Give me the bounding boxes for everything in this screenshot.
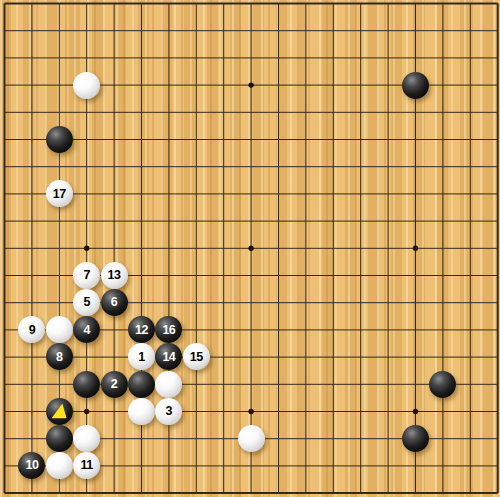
point-B14[interactable] [18,126,45,153]
point-K2[interactable] [237,452,264,479]
point-Q9[interactable] [402,262,429,289]
point-J13[interactable] [210,153,237,180]
point-R12[interactable] [429,180,456,207]
point-G4[interactable]: 3 [155,398,182,425]
point-T8[interactable] [484,289,500,316]
point-M19[interactable] [292,0,319,17]
point-F12[interactable] [128,180,155,207]
point-J15[interactable] [210,99,237,126]
point-P14[interactable] [374,126,401,153]
point-P8[interactable] [374,289,401,316]
point-A12[interactable] [0,180,18,207]
point-J10[interactable] [210,235,237,262]
point-D5[interactable] [73,371,100,398]
point-E14[interactable] [100,126,127,153]
point-C4[interactable] [46,398,73,425]
point-B10[interactable] [18,235,45,262]
point-L14[interactable] [265,126,292,153]
point-A6[interactable] [0,343,18,370]
point-L19[interactable] [265,0,292,17]
point-B4[interactable] [18,398,45,425]
point-S7[interactable] [456,316,483,343]
point-O11[interactable] [347,207,374,234]
point-A4[interactable] [0,398,18,425]
point-N6[interactable] [320,343,347,370]
point-Q8[interactable] [402,289,429,316]
point-M18[interactable] [292,17,319,44]
point-A2[interactable] [0,452,18,479]
point-S2[interactable] [456,452,483,479]
point-T6[interactable] [484,343,500,370]
point-L17[interactable] [265,44,292,71]
point-L3[interactable] [265,425,292,452]
point-F2[interactable] [128,452,155,479]
point-Q3[interactable] [402,425,429,452]
point-O6[interactable] [347,343,374,370]
point-N11[interactable] [320,207,347,234]
point-Q18[interactable] [402,17,429,44]
point-M12[interactable] [292,180,319,207]
point-G13[interactable] [155,153,182,180]
point-K10[interactable] [237,235,264,262]
point-C1[interactable] [46,479,73,497]
point-H9[interactable] [183,262,210,289]
point-C7[interactable] [46,316,73,343]
point-H8[interactable] [183,289,210,316]
point-M2[interactable] [292,452,319,479]
point-O10[interactable] [347,235,374,262]
point-M15[interactable] [292,99,319,126]
point-O1[interactable] [347,479,374,497]
point-J8[interactable] [210,289,237,316]
point-P13[interactable] [374,153,401,180]
point-F3[interactable] [128,425,155,452]
point-T11[interactable] [484,207,500,234]
point-G15[interactable] [155,99,182,126]
point-G14[interactable] [155,126,182,153]
point-D14[interactable] [73,126,100,153]
point-F7[interactable]: 12 [128,316,155,343]
point-M11[interactable] [292,207,319,234]
point-G6[interactable]: 14 [155,343,182,370]
point-F8[interactable] [128,289,155,316]
point-O2[interactable] [347,452,374,479]
point-T7[interactable] [484,316,500,343]
point-R5[interactable] [429,371,456,398]
point-N1[interactable] [320,479,347,497]
point-T5[interactable] [484,371,500,398]
point-G3[interactable] [155,425,182,452]
point-E2[interactable] [100,452,127,479]
point-C17[interactable] [46,44,73,71]
point-D1[interactable] [73,479,100,497]
point-H10[interactable] [183,235,210,262]
point-Q1[interactable] [402,479,429,497]
point-Q12[interactable] [402,180,429,207]
point-P5[interactable] [374,371,401,398]
point-A15[interactable] [0,99,18,126]
point-B5[interactable] [18,371,45,398]
point-F4[interactable] [128,398,155,425]
point-E19[interactable] [100,0,127,17]
point-S10[interactable] [456,235,483,262]
point-S19[interactable] [456,0,483,17]
point-D18[interactable] [73,17,100,44]
point-M3[interactable] [292,425,319,452]
point-Q19[interactable] [402,0,429,17]
point-T10[interactable] [484,235,500,262]
point-C9[interactable] [46,262,73,289]
point-P10[interactable] [374,235,401,262]
point-P11[interactable] [374,207,401,234]
point-L15[interactable] [265,99,292,126]
point-L5[interactable] [265,371,292,398]
point-E15[interactable] [100,99,127,126]
point-F14[interactable] [128,126,155,153]
point-M7[interactable] [292,316,319,343]
point-E7[interactable] [100,316,127,343]
point-K9[interactable] [237,262,264,289]
point-E3[interactable] [100,425,127,452]
point-A11[interactable] [0,207,18,234]
point-O19[interactable] [347,0,374,17]
point-G2[interactable] [155,452,182,479]
point-J14[interactable] [210,126,237,153]
point-C10[interactable] [46,235,73,262]
point-O15[interactable] [347,99,374,126]
point-M10[interactable] [292,235,319,262]
point-L7[interactable] [265,316,292,343]
point-D7[interactable]: 4 [73,316,100,343]
point-L12[interactable] [265,180,292,207]
point-H11[interactable] [183,207,210,234]
point-F18[interactable] [128,17,155,44]
point-C2[interactable] [46,452,73,479]
point-A18[interactable] [0,17,18,44]
point-B11[interactable] [18,207,45,234]
point-P4[interactable] [374,398,401,425]
point-E8[interactable]: 6 [100,289,127,316]
point-F1[interactable] [128,479,155,497]
point-H18[interactable] [183,17,210,44]
point-J5[interactable] [210,371,237,398]
point-K7[interactable] [237,316,264,343]
point-Q6[interactable] [402,343,429,370]
point-A3[interactable] [0,425,18,452]
point-M5[interactable] [292,371,319,398]
point-D13[interactable] [73,153,100,180]
point-D15[interactable] [73,99,100,126]
point-P6[interactable] [374,343,401,370]
point-C11[interactable] [46,207,73,234]
point-B2[interactable]: 10 [18,452,45,479]
point-H16[interactable] [183,71,210,98]
point-S14[interactable] [456,126,483,153]
point-C5[interactable] [46,371,73,398]
point-A17[interactable] [0,44,18,71]
point-B15[interactable] [18,99,45,126]
point-C18[interactable] [46,17,73,44]
point-S1[interactable] [456,479,483,497]
point-N9[interactable] [320,262,347,289]
point-E11[interactable] [100,207,127,234]
point-E18[interactable] [100,17,127,44]
point-J1[interactable] [210,479,237,497]
point-B3[interactable] [18,425,45,452]
point-R1[interactable] [429,479,456,497]
point-H5[interactable] [183,371,210,398]
point-N3[interactable] [320,425,347,452]
point-K8[interactable] [237,289,264,316]
point-P12[interactable] [374,180,401,207]
point-E4[interactable] [100,398,127,425]
point-D17[interactable] [73,44,100,71]
point-J9[interactable] [210,262,237,289]
point-N4[interactable] [320,398,347,425]
point-K19[interactable] [237,0,264,17]
point-P7[interactable] [374,316,401,343]
point-D2[interactable]: 11 [73,452,100,479]
point-E5[interactable]: 2 [100,371,127,398]
point-O5[interactable] [347,371,374,398]
point-K11[interactable] [237,207,264,234]
point-T17[interactable] [484,44,500,71]
point-G19[interactable] [155,0,182,17]
point-R14[interactable] [429,126,456,153]
point-L18[interactable] [265,17,292,44]
point-K16[interactable] [237,71,264,98]
point-R19[interactable] [429,0,456,17]
point-N19[interactable] [320,0,347,17]
point-P16[interactable] [374,71,401,98]
point-S11[interactable] [456,207,483,234]
point-O17[interactable] [347,44,374,71]
point-J6[interactable] [210,343,237,370]
point-O9[interactable] [347,262,374,289]
point-M6[interactable] [292,343,319,370]
point-E6[interactable] [100,343,127,370]
point-H4[interactable] [183,398,210,425]
point-R4[interactable] [429,398,456,425]
point-D6[interactable] [73,343,100,370]
point-J2[interactable] [210,452,237,479]
point-Q4[interactable] [402,398,429,425]
point-T1[interactable] [484,479,500,497]
point-L8[interactable] [265,289,292,316]
point-S9[interactable] [456,262,483,289]
point-P15[interactable] [374,99,401,126]
point-D8[interactable]: 5 [73,289,100,316]
point-M14[interactable] [292,126,319,153]
point-S16[interactable] [456,71,483,98]
point-K12[interactable] [237,180,264,207]
point-O18[interactable] [347,17,374,44]
point-P18[interactable] [374,17,401,44]
point-Q17[interactable] [402,44,429,71]
point-C8[interactable] [46,289,73,316]
point-T2[interactable] [484,452,500,479]
point-G12[interactable] [155,180,182,207]
point-N13[interactable] [320,153,347,180]
point-G9[interactable] [155,262,182,289]
point-E17[interactable] [100,44,127,71]
point-G16[interactable] [155,71,182,98]
point-T4[interactable] [484,398,500,425]
point-Q7[interactable] [402,316,429,343]
point-D12[interactable] [73,180,100,207]
point-T18[interactable] [484,17,500,44]
point-E1[interactable] [100,479,127,497]
point-M17[interactable] [292,44,319,71]
point-K6[interactable] [237,343,264,370]
point-S4[interactable] [456,398,483,425]
point-P9[interactable] [374,262,401,289]
point-Q11[interactable] [402,207,429,234]
point-N7[interactable] [320,316,347,343]
point-H1[interactable] [183,479,210,497]
point-J12[interactable] [210,180,237,207]
point-O4[interactable] [347,398,374,425]
point-N16[interactable] [320,71,347,98]
point-K13[interactable] [237,153,264,180]
point-H12[interactable] [183,180,210,207]
point-R6[interactable] [429,343,456,370]
point-B1[interactable] [18,479,45,497]
point-R18[interactable] [429,17,456,44]
point-J3[interactable] [210,425,237,452]
point-J7[interactable] [210,316,237,343]
point-R9[interactable] [429,262,456,289]
point-A5[interactable] [0,371,18,398]
point-P19[interactable] [374,0,401,17]
point-G10[interactable] [155,235,182,262]
point-S17[interactable] [456,44,483,71]
point-A16[interactable] [0,71,18,98]
point-E13[interactable] [100,153,127,180]
point-B18[interactable] [18,17,45,44]
point-E9[interactable]: 13 [100,262,127,289]
point-B8[interactable] [18,289,45,316]
point-E10[interactable] [100,235,127,262]
point-O13[interactable] [347,153,374,180]
point-B9[interactable] [18,262,45,289]
point-H7[interactable] [183,316,210,343]
point-A13[interactable] [0,153,18,180]
point-R7[interactable] [429,316,456,343]
point-B17[interactable] [18,44,45,71]
point-K15[interactable] [237,99,264,126]
point-R2[interactable] [429,452,456,479]
point-G17[interactable] [155,44,182,71]
point-B7[interactable]: 9 [18,316,45,343]
point-S12[interactable] [456,180,483,207]
point-T12[interactable] [484,180,500,207]
point-L9[interactable] [265,262,292,289]
point-H3[interactable] [183,425,210,452]
point-N12[interactable] [320,180,347,207]
point-K18[interactable] [237,17,264,44]
point-J19[interactable] [210,0,237,17]
point-E12[interactable] [100,180,127,207]
point-N8[interactable] [320,289,347,316]
point-H19[interactable] [183,0,210,17]
point-O16[interactable] [347,71,374,98]
point-S3[interactable] [456,425,483,452]
point-G7[interactable]: 16 [155,316,182,343]
point-Q5[interactable] [402,371,429,398]
point-D9[interactable]: 7 [73,262,100,289]
point-F6[interactable]: 1 [128,343,155,370]
point-N14[interactable] [320,126,347,153]
point-H14[interactable] [183,126,210,153]
point-R15[interactable] [429,99,456,126]
point-R13[interactable] [429,153,456,180]
point-T9[interactable] [484,262,500,289]
point-J11[interactable] [210,207,237,234]
point-A1[interactable] [0,479,18,497]
point-S6[interactable] [456,343,483,370]
point-B13[interactable] [18,153,45,180]
point-A10[interactable] [0,235,18,262]
point-Q2[interactable] [402,452,429,479]
point-B12[interactable] [18,180,45,207]
point-B16[interactable] [18,71,45,98]
point-D10[interactable] [73,235,100,262]
point-C14[interactable] [46,126,73,153]
point-G1[interactable] [155,479,182,497]
point-A7[interactable] [0,316,18,343]
point-D3[interactable] [73,425,100,452]
point-C19[interactable] [46,0,73,17]
point-T16[interactable] [484,71,500,98]
point-P17[interactable] [374,44,401,71]
point-J18[interactable] [210,17,237,44]
point-O7[interactable] [347,316,374,343]
point-L10[interactable] [265,235,292,262]
point-C3[interactable] [46,425,73,452]
point-F19[interactable] [128,0,155,17]
point-A14[interactable] [0,126,18,153]
point-N2[interactable] [320,452,347,479]
point-H2[interactable] [183,452,210,479]
point-G11[interactable] [155,207,182,234]
point-M4[interactable] [292,398,319,425]
point-L6[interactable] [265,343,292,370]
point-B6[interactable] [18,343,45,370]
point-N5[interactable] [320,371,347,398]
point-A9[interactable] [0,262,18,289]
point-P1[interactable] [374,479,401,497]
point-M16[interactable] [292,71,319,98]
point-T14[interactable] [484,126,500,153]
point-K14[interactable] [237,126,264,153]
point-K1[interactable] [237,479,264,497]
point-G5[interactable] [155,371,182,398]
point-L13[interactable] [265,153,292,180]
point-G8[interactable] [155,289,182,316]
point-R10[interactable] [429,235,456,262]
point-L16[interactable] [265,71,292,98]
point-G18[interactable] [155,17,182,44]
point-K3[interactable] [237,425,264,452]
point-D11[interactable] [73,207,100,234]
point-O14[interactable] [347,126,374,153]
point-Q15[interactable] [402,99,429,126]
point-M9[interactable] [292,262,319,289]
point-D4[interactable] [73,398,100,425]
point-J16[interactable] [210,71,237,98]
point-F16[interactable] [128,71,155,98]
